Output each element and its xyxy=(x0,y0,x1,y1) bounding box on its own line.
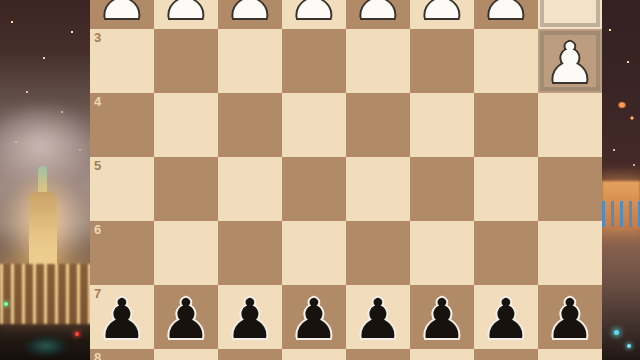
square-b8[interactable]: ♞ xyxy=(474,349,538,360)
square-c5[interactable] xyxy=(410,157,474,221)
square-b2[interactable]: ♟ xyxy=(474,0,538,29)
black-pawn-c7[interactable]: ♟ xyxy=(417,292,466,347)
rank-label-7: 7 xyxy=(94,287,101,300)
black-rook-h8[interactable]: ♜ xyxy=(97,356,146,360)
square-h5[interactable]: 5 xyxy=(90,157,154,221)
black-pawn-f7[interactable]: ♟ xyxy=(225,292,274,347)
square-a4[interactable] xyxy=(538,93,602,157)
square-h8[interactable]: 8♜ xyxy=(90,349,154,360)
square-d4[interactable] xyxy=(346,93,410,157)
square-g5[interactable] xyxy=(154,157,218,221)
teal-light-dot xyxy=(614,330,619,335)
lit-tower xyxy=(29,192,57,274)
square-c4[interactable] xyxy=(410,93,474,157)
square-b6[interactable] xyxy=(474,221,538,285)
black-bishop-c8[interactable]: ♝ xyxy=(417,356,466,360)
square-c8[interactable]: ♝ xyxy=(410,349,474,360)
square-a5[interactable] xyxy=(538,157,602,221)
black-pawn-b7[interactable]: ♟ xyxy=(481,292,530,347)
square-c3[interactable] xyxy=(410,29,474,93)
square-g6[interactable] xyxy=(154,221,218,285)
square-g4[interactable] xyxy=(154,93,218,157)
square-h4[interactable]: 4 xyxy=(90,93,154,157)
white-pawn-d2[interactable]: ♟ xyxy=(353,0,402,27)
rank-label-4: 4 xyxy=(94,95,101,108)
black-pawn-h7[interactable]: ♟ xyxy=(97,292,146,347)
square-f6[interactable] xyxy=(218,221,282,285)
square-e3[interactable] xyxy=(282,29,346,93)
square-d3[interactable] xyxy=(346,29,410,93)
rank-label-3: 3 xyxy=(94,31,101,44)
black-bishop-f8[interactable]: ♝ xyxy=(225,356,274,360)
square-g8[interactable]: ♞ xyxy=(154,349,218,360)
square-f3[interactable] xyxy=(218,29,282,93)
rank-label-8: 8 xyxy=(94,351,101,360)
black-pawn-a7[interactable]: ♟ xyxy=(545,292,594,347)
video-frame: 1♜♞♝♚♛♝♞♜2♟♟♟♟♟♟♟3♟4567♟♟♟♟♟♟♟♟8♜♞♝♚♛♝♞♜ xyxy=(0,0,640,360)
square-g7[interactable]: ♟ xyxy=(154,285,218,349)
square-d6[interactable] xyxy=(346,221,410,285)
green-light-dot xyxy=(4,302,8,306)
black-pawn-d7[interactable]: ♟ xyxy=(353,292,402,347)
white-pawn-h2[interactable]: ♟ xyxy=(97,0,146,27)
square-c2[interactable]: ♟ xyxy=(410,0,474,29)
square-b3[interactable] xyxy=(474,29,538,93)
square-a3[interactable]: ♟ xyxy=(538,29,602,93)
teal-light-dot xyxy=(627,344,631,348)
square-e5[interactable] xyxy=(282,157,346,221)
square-e2[interactable]: ♟ xyxy=(282,0,346,29)
white-pawn-f2[interactable]: ♟ xyxy=(225,0,274,27)
square-b7[interactable]: ♟ xyxy=(474,285,538,349)
rank-label-6: 6 xyxy=(94,223,101,236)
square-a7[interactable]: ♟ xyxy=(538,285,602,349)
rank-label-5: 5 xyxy=(94,159,101,172)
square-e6[interactable] xyxy=(282,221,346,285)
white-pawn-e2[interactable]: ♟ xyxy=(289,0,338,27)
black-pawn-e7[interactable]: ♟ xyxy=(289,292,338,347)
black-knight-b8[interactable]: ♞ xyxy=(481,356,530,360)
square-f8[interactable]: ♝ xyxy=(218,349,282,360)
square-g2[interactable]: ♟ xyxy=(154,0,218,29)
square-a8[interactable]: ♜ xyxy=(538,349,602,360)
white-pawn-a3[interactable]: ♟ xyxy=(545,36,594,91)
blue-light-streaks xyxy=(602,201,640,227)
square-d2[interactable]: ♟ xyxy=(346,0,410,29)
square-h6[interactable]: 6 xyxy=(90,221,154,285)
square-f4[interactable] xyxy=(218,93,282,157)
square-f7[interactable]: ♟ xyxy=(218,285,282,349)
white-pawn-b2[interactable]: ♟ xyxy=(481,0,530,27)
background-city-right xyxy=(602,0,640,360)
square-b5[interactable] xyxy=(474,157,538,221)
black-knight-g8[interactable]: ♞ xyxy=(161,356,210,360)
square-f5[interactable] xyxy=(218,157,282,221)
white-pawn-g2[interactable]: ♟ xyxy=(161,0,210,27)
square-b4[interactable] xyxy=(474,93,538,157)
square-d7[interactable]: ♟ xyxy=(346,285,410,349)
square-h7[interactable]: 7♟ xyxy=(90,285,154,349)
background-city-left xyxy=(0,0,91,360)
black-queen-d8[interactable]: ♛ xyxy=(353,356,402,360)
lit-building xyxy=(0,264,91,324)
square-a6[interactable] xyxy=(538,221,602,285)
red-light-dot xyxy=(75,332,79,336)
black-pawn-g7[interactable]: ♟ xyxy=(161,292,210,347)
square-e4[interactable] xyxy=(282,93,346,157)
square-c7[interactable]: ♟ xyxy=(410,285,474,349)
square-c6[interactable] xyxy=(410,221,474,285)
square-a2[interactable] xyxy=(538,0,602,29)
square-h3[interactable]: 3 xyxy=(90,29,154,93)
square-e8[interactable]: ♚ xyxy=(282,349,346,360)
bokeh-lights xyxy=(602,0,640,185)
white-pawn-c2[interactable]: ♟ xyxy=(417,0,466,27)
square-d8[interactable]: ♛ xyxy=(346,349,410,360)
black-king-e8[interactable]: ♚ xyxy=(289,356,338,360)
chess-board: 1♜♞♝♚♛♝♞♜2♟♟♟♟♟♟♟3♟4567♟♟♟♟♟♟♟♟8♜♞♝♚♛♝♞♜ xyxy=(90,0,602,360)
black-rook-a8[interactable]: ♜ xyxy=(545,356,594,360)
car-blob xyxy=(22,334,70,358)
square-f2[interactable]: ♟ xyxy=(218,0,282,29)
square-e7[interactable]: ♟ xyxy=(282,285,346,349)
square-d5[interactable] xyxy=(346,157,410,221)
square-g3[interactable] xyxy=(154,29,218,93)
square-h2[interactable]: 2♟ xyxy=(90,0,154,29)
